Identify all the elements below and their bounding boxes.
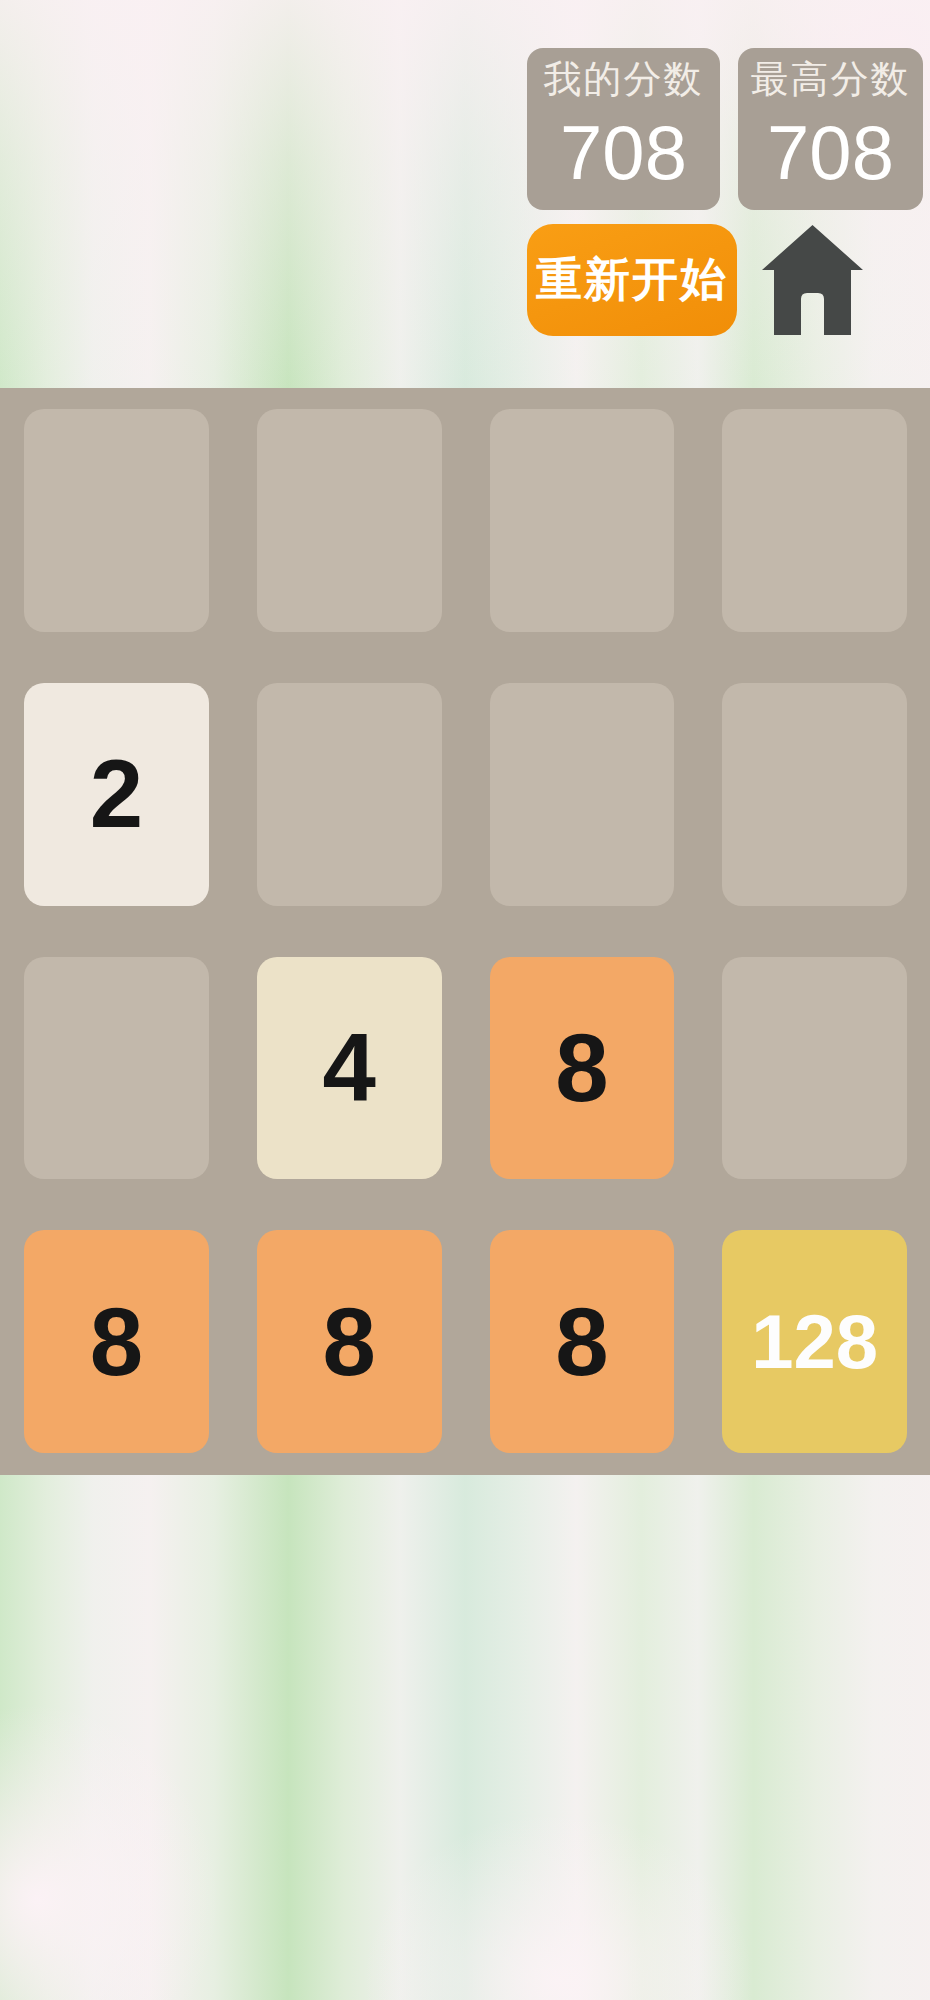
- tile-r2c1-2: 2: [24, 683, 209, 906]
- tile-r1c2-empty: [257, 409, 442, 632]
- tile-r2c3-empty: [490, 683, 675, 906]
- tile-r4c2-8: 8: [257, 1230, 442, 1453]
- home-icon: [762, 224, 863, 335]
- tile-r1c3-empty: [490, 409, 675, 632]
- tile-r1c1-empty: [24, 409, 209, 632]
- tile-r4c1-8: 8: [24, 1230, 209, 1453]
- best-score-box: 最高分数 708: [738, 48, 923, 210]
- restart-button[interactable]: 重新开始: [527, 224, 737, 336]
- tile-r3c1-empty: [24, 957, 209, 1180]
- best-score-value: 708: [738, 104, 923, 203]
- tile-r2c2-empty: [257, 683, 442, 906]
- tile-r1c4-empty: [722, 409, 907, 632]
- tile-r3c4-empty: [722, 957, 907, 1180]
- my-score-label: 我的分数: [527, 56, 720, 104]
- tile-r2c4-empty: [722, 683, 907, 906]
- my-score-value: 708: [527, 104, 720, 203]
- tile-r3c3-8: 8: [490, 957, 675, 1180]
- my-score-box: 我的分数 708: [527, 48, 720, 210]
- best-score-label: 最高分数: [738, 56, 923, 104]
- tile-r3c2-4: 4: [257, 957, 442, 1180]
- board[interactable]: 248888128: [0, 388, 930, 1475]
- tile-r4c4-128: 128: [722, 1230, 907, 1453]
- tile-r4c3-8: 8: [490, 1230, 675, 1453]
- home-button[interactable]: [762, 224, 863, 335]
